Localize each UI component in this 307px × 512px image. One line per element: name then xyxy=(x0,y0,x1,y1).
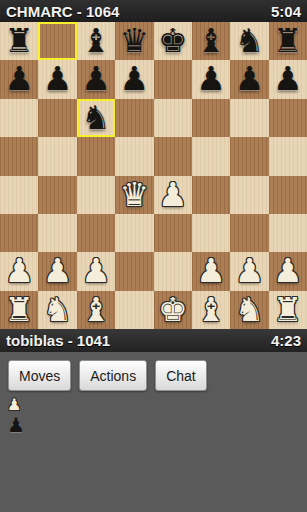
black-pawn-icon[interactable]: ♟ xyxy=(230,60,268,98)
square-a1[interactable]: ♜ xyxy=(0,291,38,329)
square-a7[interactable]: ♟ xyxy=(0,60,38,98)
player-clock: 4:23 xyxy=(271,332,301,349)
square-c3[interactable] xyxy=(77,214,115,252)
square-f4[interactable] xyxy=(192,176,230,214)
square-h6[interactable] xyxy=(269,99,307,137)
black-knight-icon[interactable]: ♞ xyxy=(230,22,268,60)
square-e1[interactable]: ♚ xyxy=(154,291,192,329)
square-d3[interactable] xyxy=(115,214,153,252)
square-f5[interactable] xyxy=(192,137,230,175)
square-d8[interactable]: ♛ xyxy=(115,22,153,60)
captured-black-pawn-icon: ♟ xyxy=(7,415,307,435)
square-d1[interactable] xyxy=(115,291,153,329)
white-bishop-icon[interactable]: ♝ xyxy=(77,291,115,329)
button-row: Moves Actions Chat xyxy=(0,352,307,391)
captured-pieces-tray: ♟ ♟ xyxy=(0,391,307,435)
black-queen-icon[interactable]: ♛ xyxy=(115,22,153,60)
square-h4[interactable] xyxy=(269,176,307,214)
square-e5[interactable] xyxy=(154,137,192,175)
square-b2[interactable]: ♟ xyxy=(38,252,76,290)
white-queen-icon[interactable]: ♛ xyxy=(115,176,153,214)
square-d7[interactable]: ♟ xyxy=(115,60,153,98)
square-g5[interactable] xyxy=(230,137,268,175)
square-c7[interactable]: ♟ xyxy=(77,60,115,98)
white-pawn-icon[interactable]: ♟ xyxy=(0,252,38,290)
square-a4[interactable] xyxy=(0,176,38,214)
white-pawn-icon[interactable]: ♟ xyxy=(192,252,230,290)
square-b3[interactable] xyxy=(38,214,76,252)
black-king-icon[interactable]: ♚ xyxy=(154,22,192,60)
square-e8[interactable]: ♚ xyxy=(154,22,192,60)
player-name-rating: tobiblas - 1041 xyxy=(6,332,110,349)
square-g8[interactable]: ♞ xyxy=(230,22,268,60)
black-pawn-icon[interactable]: ♟ xyxy=(115,60,153,98)
white-pawn-icon[interactable]: ♟ xyxy=(77,252,115,290)
square-f7[interactable]: ♟ xyxy=(192,60,230,98)
square-h8[interactable]: ♜ xyxy=(269,22,307,60)
square-h1[interactable]: ♜ xyxy=(269,291,307,329)
square-g6[interactable] xyxy=(230,99,268,137)
square-c8[interactable]: ♝ xyxy=(77,22,115,60)
square-a3[interactable] xyxy=(0,214,38,252)
square-a8[interactable]: ♜ xyxy=(0,22,38,60)
square-f3[interactable] xyxy=(192,214,230,252)
white-pawn-icon[interactable]: ♟ xyxy=(269,252,307,290)
square-b6[interactable] xyxy=(38,99,76,137)
square-b5[interactable] xyxy=(38,137,76,175)
square-h3[interactable] xyxy=(269,214,307,252)
square-f2[interactable]: ♟ xyxy=(192,252,230,290)
square-f8[interactable]: ♝ xyxy=(192,22,230,60)
black-pawn-icon[interactable]: ♟ xyxy=(38,60,76,98)
square-e6[interactable] xyxy=(154,99,192,137)
square-c2[interactable]: ♟ xyxy=(77,252,115,290)
square-c1[interactable]: ♝ xyxy=(77,291,115,329)
white-rook-icon[interactable]: ♜ xyxy=(0,291,38,329)
black-rook-icon[interactable]: ♜ xyxy=(0,22,38,60)
actions-button[interactable]: Actions xyxy=(79,360,147,391)
white-king-icon[interactable]: ♚ xyxy=(154,291,192,329)
black-pawn-icon[interactable]: ♟ xyxy=(0,60,38,98)
square-d4[interactable]: ♛ xyxy=(115,176,153,214)
square-e4[interactable]: ♟ xyxy=(154,176,192,214)
square-g7[interactable]: ♟ xyxy=(230,60,268,98)
square-g1[interactable]: ♞ xyxy=(230,291,268,329)
opponent-name-rating: CHMARC - 1064 xyxy=(6,3,119,20)
square-g2[interactable]: ♟ xyxy=(230,252,268,290)
square-d5[interactable] xyxy=(115,137,153,175)
square-e2[interactable] xyxy=(154,252,192,290)
black-rook-icon[interactable]: ♜ xyxy=(269,22,307,60)
white-pawn-icon[interactable]: ♟ xyxy=(38,252,76,290)
square-d6[interactable] xyxy=(115,99,153,137)
square-c6[interactable]: ♞ xyxy=(77,99,115,137)
player-bar: tobiblas - 1041 4:23 xyxy=(0,329,307,352)
white-pawn-icon[interactable]: ♟ xyxy=(154,176,192,214)
square-c5[interactable] xyxy=(77,137,115,175)
captured-white-pawn-icon: ♟ xyxy=(7,397,307,413)
control-panel: Moves Actions Chat ♟ ♟ xyxy=(0,352,307,512)
square-e7[interactable] xyxy=(154,60,192,98)
square-a2[interactable]: ♟ xyxy=(0,252,38,290)
white-pawn-icon[interactable]: ♟ xyxy=(230,252,268,290)
black-pawn-icon[interactable]: ♟ xyxy=(269,60,307,98)
square-b8[interactable] xyxy=(38,22,76,60)
square-h5[interactable] xyxy=(269,137,307,175)
white-knight-icon[interactable]: ♞ xyxy=(230,291,268,329)
square-g4[interactable] xyxy=(230,176,268,214)
square-b4[interactable] xyxy=(38,176,76,214)
square-c4[interactable] xyxy=(77,176,115,214)
moves-button[interactable]: Moves xyxy=(8,360,71,391)
square-a5[interactable] xyxy=(0,137,38,175)
opponent-clock: 5:04 xyxy=(271,3,301,20)
square-g3[interactable] xyxy=(230,214,268,252)
chess-board[interactable]: ♜♝♛♚♝♞♜♟♟♟♟♟♟♟♞♛♟♟♟♟♟♟♟♜♞♝♚♝♞♜ xyxy=(0,22,307,329)
square-a6[interactable] xyxy=(0,99,38,137)
square-b1[interactable]: ♞ xyxy=(38,291,76,329)
white-knight-icon[interactable]: ♞ xyxy=(38,291,76,329)
white-rook-icon[interactable]: ♜ xyxy=(269,291,307,329)
square-h2[interactable]: ♟ xyxy=(269,252,307,290)
square-f1[interactable]: ♝ xyxy=(192,291,230,329)
opponent-bar: CHMARC - 1064 5:04 xyxy=(0,0,307,22)
square-e3[interactable] xyxy=(154,214,192,252)
square-d2[interactable] xyxy=(115,252,153,290)
square-b7[interactable]: ♟ xyxy=(38,60,76,98)
black-pawn-icon[interactable]: ♟ xyxy=(192,60,230,98)
square-f6[interactable] xyxy=(192,99,230,137)
black-pawn-icon[interactable]: ♟ xyxy=(77,60,115,98)
white-bishop-icon[interactable]: ♝ xyxy=(192,291,230,329)
black-bishop-icon[interactable]: ♝ xyxy=(192,22,230,60)
chat-button[interactable]: Chat xyxy=(155,360,207,391)
black-knight-icon[interactable]: ♞ xyxy=(77,99,115,137)
black-bishop-icon[interactable]: ♝ xyxy=(77,22,115,60)
square-h7[interactable]: ♟ xyxy=(269,60,307,98)
